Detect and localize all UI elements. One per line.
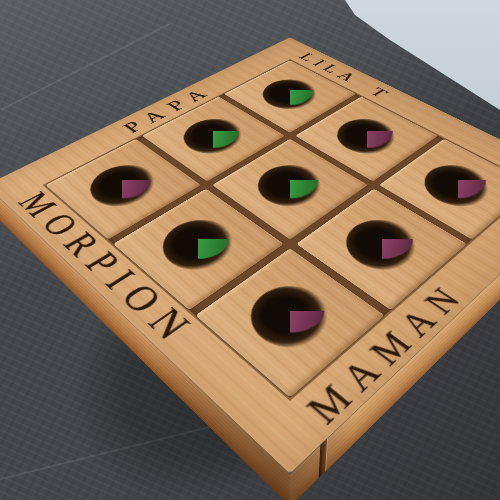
peg-top-hole [362,100,371,106]
peg-top-hole [286,61,295,67]
board-corner-notch [319,439,327,479]
peg-top-hole [285,147,295,154]
peg-top-hole [117,147,127,154]
peg-top-hole [284,270,296,279]
game-board: PAPA MAMAN MORPION LILAT [0,37,500,474]
peg-top-hole [377,202,388,210]
peg-top-hole [192,202,203,210]
photo-scene: PAPA MAMAN MORPION LILAT [0,0,500,500]
scene: PAPA MAMAN MORPION LILAT [0,0,500,500]
peg-top-hole [453,147,463,154]
peg-top-hole [208,100,217,106]
